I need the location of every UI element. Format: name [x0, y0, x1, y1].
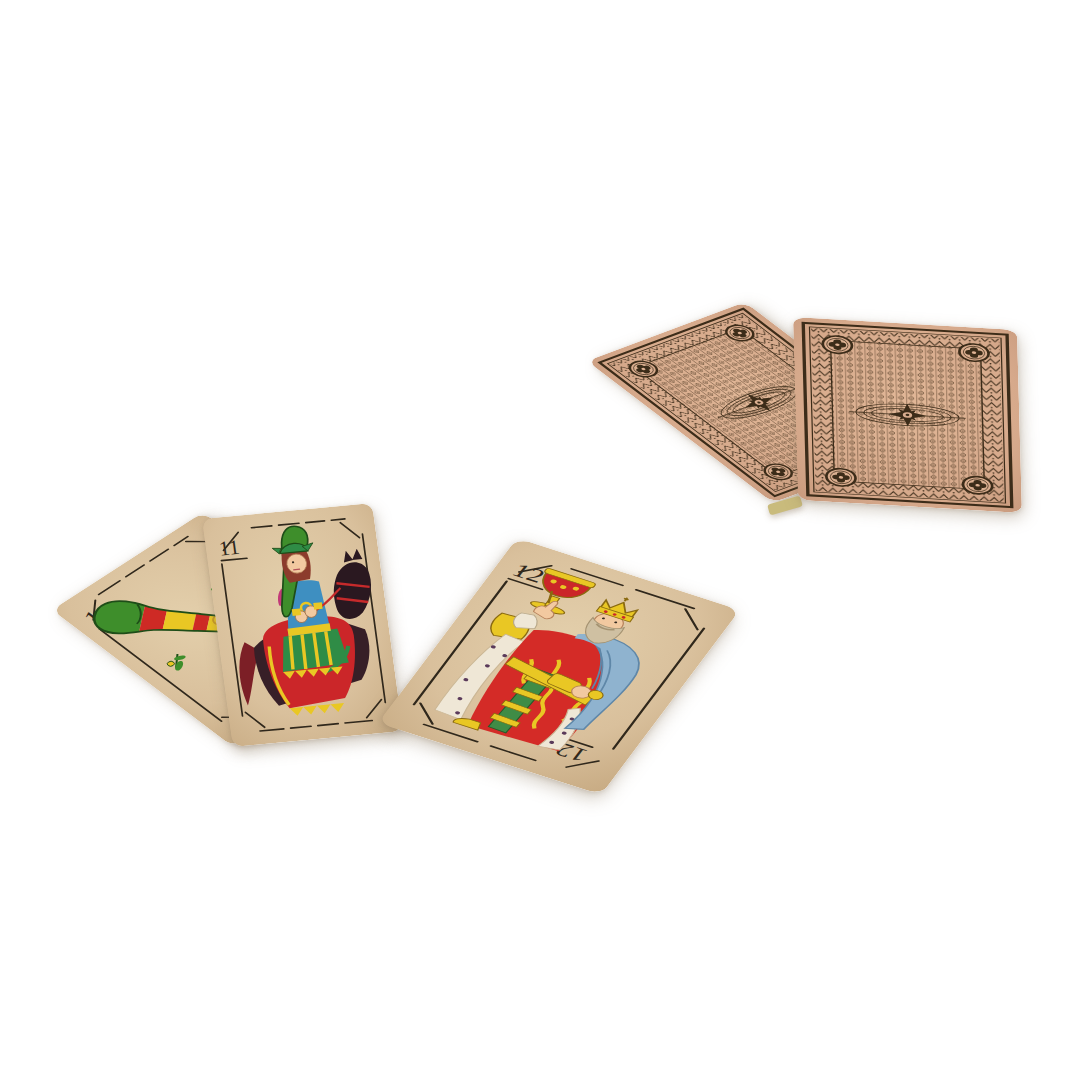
card-back-top[interactable]: [793, 317, 1022, 513]
rank-index-top: 11: [217, 535, 241, 560]
card-caballo-de-bastos[interactable]: 11: [202, 503, 403, 747]
rey-de-copas-art: 12 12: [378, 538, 740, 795]
card-rey-de-copas[interactable]: 12 12: [378, 538, 740, 795]
caballo-de-bastos-art: 11: [202, 503, 403, 747]
table-surface: 1: [0, 0, 1080, 1080]
card-back-pattern: [793, 317, 1022, 513]
